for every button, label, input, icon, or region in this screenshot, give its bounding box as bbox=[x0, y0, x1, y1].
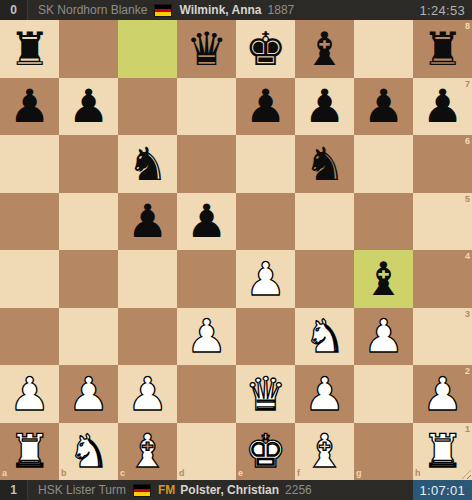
rank-label: 5 bbox=[465, 195, 470, 204]
resize-grip-icon[interactable] bbox=[462, 470, 471, 479]
square-f5[interactable] bbox=[295, 193, 354, 251]
black-pawn: ♟ bbox=[295, 78, 354, 136]
black-pawn: ♟ bbox=[0, 78, 59, 136]
white-knight: ♞ bbox=[295, 308, 354, 366]
square-h7[interactable]: ♟7 bbox=[413, 78, 472, 136]
square-b1[interactable]: ♞b bbox=[59, 423, 118, 481]
rank-label: 1 bbox=[465, 425, 470, 434]
white-pawn: ♟ bbox=[413, 365, 472, 423]
black-bishop: ♝ bbox=[354, 250, 413, 308]
black-pawn: ♟ bbox=[118, 193, 177, 251]
file-label: c bbox=[120, 469, 125, 478]
square-f6[interactable]: ♞ bbox=[295, 135, 354, 193]
square-b6[interactable] bbox=[59, 135, 118, 193]
black-queen: ♛ bbox=[177, 20, 236, 78]
square-a4[interactable] bbox=[0, 250, 59, 308]
bottom-score: 1 bbox=[0, 480, 28, 500]
square-h1[interactable]: ♜1h bbox=[413, 423, 472, 481]
white-bishop: ♝ bbox=[118, 423, 177, 481]
square-d8[interactable]: ♛ bbox=[177, 20, 236, 78]
germany-flag-icon bbox=[155, 5, 171, 16]
bottom-player-title: FM bbox=[158, 483, 175, 497]
file-label: g bbox=[356, 469, 362, 478]
square-a1[interactable]: ♜a bbox=[0, 423, 59, 481]
square-g2[interactable] bbox=[354, 365, 413, 423]
white-pawn: ♟ bbox=[59, 365, 118, 423]
square-b3[interactable] bbox=[59, 308, 118, 366]
square-e2[interactable]: ♛ bbox=[236, 365, 295, 423]
square-c5[interactable]: ♟ bbox=[118, 193, 177, 251]
black-pawn: ♟ bbox=[177, 193, 236, 251]
square-h3[interactable]: 3 bbox=[413, 308, 472, 366]
broadcast-window: 0 SK Nordhorn Blanke Wilmink, Anna 1887 … bbox=[0, 0, 472, 500]
white-pawn: ♟ bbox=[295, 365, 354, 423]
bottom-player-bar: 1 HSK Lister Turm FM Polster, Christian … bbox=[0, 480, 472, 500]
square-b5[interactable] bbox=[59, 193, 118, 251]
bottom-team-name: HSK Lister Turm bbox=[38, 483, 126, 497]
germany-flag-icon bbox=[134, 485, 150, 496]
square-c4[interactable] bbox=[118, 250, 177, 308]
square-g1[interactable]: g bbox=[354, 423, 413, 481]
top-score: 0 bbox=[0, 0, 28, 20]
black-pawn: ♟ bbox=[59, 78, 118, 136]
square-e8[interactable]: ♚ bbox=[236, 20, 295, 78]
square-d3[interactable]: ♟ bbox=[177, 308, 236, 366]
square-c7[interactable] bbox=[118, 78, 177, 136]
black-bishop: ♝ bbox=[295, 20, 354, 78]
bottom-player-name: Polster, Christian bbox=[180, 483, 279, 497]
rank-label: 3 bbox=[465, 310, 470, 319]
white-pawn: ♟ bbox=[118, 365, 177, 423]
rank-label: 6 bbox=[465, 137, 470, 146]
square-e1[interactable]: ♚e bbox=[236, 423, 295, 481]
square-h6[interactable]: 6 bbox=[413, 135, 472, 193]
bottom-player-rating: 2256 bbox=[285, 483, 312, 497]
square-g3[interactable]: ♟ bbox=[354, 308, 413, 366]
square-d1[interactable]: d bbox=[177, 423, 236, 481]
white-knight: ♞ bbox=[59, 423, 118, 481]
black-knight: ♞ bbox=[295, 135, 354, 193]
square-a5[interactable] bbox=[0, 193, 59, 251]
square-e5[interactable] bbox=[236, 193, 295, 251]
square-a7[interactable]: ♟ bbox=[0, 78, 59, 136]
square-h5[interactable]: 5 bbox=[413, 193, 472, 251]
rank-label: 4 bbox=[465, 252, 470, 261]
chess-board: ♜♛♚♝♜8♟♟♟♟♟♟7♞♞6♟♟5♟♝4♟♞♟3♟♟♟♛♟♟2♜a♞b♝cd… bbox=[0, 20, 472, 480]
white-rook: ♜ bbox=[0, 423, 59, 481]
white-king: ♚ bbox=[236, 423, 295, 481]
square-d4[interactable] bbox=[177, 250, 236, 308]
black-rook: ♜ bbox=[413, 20, 472, 78]
square-d5[interactable]: ♟ bbox=[177, 193, 236, 251]
square-e7[interactable]: ♟ bbox=[236, 78, 295, 136]
file-label: e bbox=[238, 469, 243, 478]
square-h8[interactable]: ♜8 bbox=[413, 20, 472, 78]
square-f1[interactable]: ♝f bbox=[295, 423, 354, 481]
top-team-name: SK Nordhorn Blanke bbox=[38, 3, 147, 17]
top-player-rating: 1887 bbox=[268, 3, 295, 17]
square-a8[interactable]: ♜ bbox=[0, 20, 59, 78]
top-clock: 1:24:53 bbox=[413, 0, 472, 20]
black-king: ♚ bbox=[236, 20, 295, 78]
square-f7[interactable]: ♟ bbox=[295, 78, 354, 136]
white-pawn: ♟ bbox=[236, 250, 295, 308]
square-c8[interactable] bbox=[118, 20, 177, 78]
square-b8[interactable] bbox=[59, 20, 118, 78]
square-h2[interactable]: ♟2 bbox=[413, 365, 472, 423]
file-label: b bbox=[61, 469, 67, 478]
bottom-clock: 1:07:01 bbox=[413, 480, 472, 500]
square-d2[interactable] bbox=[177, 365, 236, 423]
white-rook: ♜ bbox=[413, 423, 472, 481]
file-label: h bbox=[415, 469, 421, 478]
rank-label: 2 bbox=[465, 367, 470, 376]
black-knight: ♞ bbox=[118, 135, 177, 193]
black-pawn: ♟ bbox=[236, 78, 295, 136]
top-player-name: Wilmink, Anna bbox=[179, 3, 261, 17]
square-h4[interactable]: 4 bbox=[413, 250, 472, 308]
square-b4[interactable] bbox=[59, 250, 118, 308]
square-g7[interactable]: ♟ bbox=[354, 78, 413, 136]
square-e3[interactable] bbox=[236, 308, 295, 366]
square-f3[interactable]: ♞ bbox=[295, 308, 354, 366]
square-c6[interactable]: ♞ bbox=[118, 135, 177, 193]
square-e6[interactable] bbox=[236, 135, 295, 193]
white-queen: ♛ bbox=[236, 365, 295, 423]
square-f2[interactable]: ♟ bbox=[295, 365, 354, 423]
black-rook: ♜ bbox=[0, 20, 59, 78]
square-c1[interactable]: ♝c bbox=[118, 423, 177, 481]
rank-label: 7 bbox=[465, 80, 470, 89]
square-g6[interactable] bbox=[354, 135, 413, 193]
top-player-bar: 0 SK Nordhorn Blanke Wilmink, Anna 1887 … bbox=[0, 0, 472, 20]
square-f8[interactable]: ♝ bbox=[295, 20, 354, 78]
square-a6[interactable] bbox=[0, 135, 59, 193]
square-f4[interactable] bbox=[295, 250, 354, 308]
square-g4[interactable]: ♝ bbox=[354, 250, 413, 308]
white-pawn: ♟ bbox=[177, 308, 236, 366]
square-a2[interactable]: ♟ bbox=[0, 365, 59, 423]
square-b7[interactable]: ♟ bbox=[59, 78, 118, 136]
square-c2[interactable]: ♟ bbox=[118, 365, 177, 423]
file-label: a bbox=[2, 469, 7, 478]
black-pawn: ♟ bbox=[354, 78, 413, 136]
file-label: d bbox=[179, 469, 185, 478]
black-pawn: ♟ bbox=[413, 78, 472, 136]
white-bishop: ♝ bbox=[295, 423, 354, 481]
file-label: f bbox=[297, 469, 300, 478]
white-pawn: ♟ bbox=[354, 308, 413, 366]
square-g8[interactable] bbox=[354, 20, 413, 78]
rank-label: 8 bbox=[465, 22, 470, 31]
square-g5[interactable] bbox=[354, 193, 413, 251]
square-c3[interactable] bbox=[118, 308, 177, 366]
square-a3[interactable] bbox=[0, 308, 59, 366]
square-d6[interactable] bbox=[177, 135, 236, 193]
white-pawn: ♟ bbox=[0, 365, 59, 423]
square-b2[interactable]: ♟ bbox=[59, 365, 118, 423]
square-d7[interactable] bbox=[177, 78, 236, 136]
square-e4[interactable]: ♟ bbox=[236, 250, 295, 308]
